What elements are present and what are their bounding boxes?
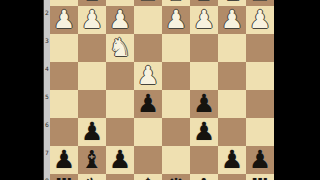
square-e3[interactable] [134,34,162,62]
piece-black-pawn-c5[interactable]: ♟ [190,90,218,118]
piece-black-knight-g8[interactable]: ♞ [78,174,106,180]
piece-white-pawn-b2[interactable]: ♟ [218,6,246,34]
square-c3[interactable] [190,34,218,62]
rank-label-7: 7 [44,149,50,157]
square-b5[interactable] [218,90,246,118]
square-h3[interactable] [50,34,78,62]
rank-label-5: 5 [44,93,50,101]
square-f6[interactable] [106,118,134,146]
piece-black-pawn-f7[interactable]: ♟ [106,146,134,174]
letterbox-right [274,0,320,180]
square-b4[interactable] [218,62,246,90]
piece-black-pawn-e5[interactable]: ♟ [134,90,162,118]
square-g4[interactable] [78,62,106,90]
rank-label-2: 2 [44,9,50,17]
piece-black-pawn-a7[interactable]: ♟ [246,146,274,174]
piece-black-queen-d8[interactable]: ♛ [162,174,190,180]
piece-white-pawn-a2[interactable]: ♟ [246,6,274,34]
piece-white-knight-f3[interactable]: ♞ [106,34,134,62]
rank-label-6: 6 [44,121,50,129]
square-a3[interactable] [246,34,274,62]
square-c4[interactable] [190,62,218,90]
piece-white-pawn-e4[interactable]: ♟ [134,62,162,90]
square-h5[interactable] [50,90,78,118]
square-f5[interactable] [106,90,134,118]
piece-black-rook-h8[interactable]: ♜ [50,174,78,180]
square-h6[interactable] [50,118,78,146]
square-b6[interactable] [218,118,246,146]
rank-label-8: 8 [44,177,50,180]
square-d4[interactable] [162,62,190,90]
piece-white-pawn-f2[interactable]: ♟ [106,6,134,34]
piece-white-pawn-h2[interactable]: ♟ [50,6,78,34]
square-d3[interactable] [162,34,190,62]
square-h4[interactable] [50,62,78,90]
square-b3[interactable] [218,34,246,62]
square-g3[interactable] [78,34,106,62]
square-a5[interactable] [246,90,274,118]
chess-board: ♜♞♝♛♜♚♟♟♟♟♟♟♟♞♟♟♟♟♟♟♟♟♟♝♜♝♛♚♞♜ [50,0,274,180]
piece-black-pawn-g6[interactable]: ♟ [78,118,106,146]
piece-black-pawn-h7[interactable]: ♟ [50,146,78,174]
square-b8[interactable] [218,174,246,180]
square-c7[interactable] [190,146,218,174]
square-f8[interactable] [106,174,134,180]
rank-label-4: 4 [44,65,50,73]
piece-white-pawn-c2[interactable]: ♟ [190,6,218,34]
square-g5[interactable] [78,90,106,118]
chess-board-screenshot: 12345678 ♜♞♝♛♜♚♟♟♟♟♟♟♟♞♟♟♟♟♟♟♟♟♟♝♜♝♛♚♞♜ [0,0,320,180]
square-e2[interactable] [134,6,162,34]
piece-white-rook-e1[interactable]: ♜ [134,0,162,6]
piece-black-king-e8[interactable]: ♚ [134,174,162,180]
square-f4[interactable] [106,62,134,90]
piece-black-bishop-g7[interactable]: ♝ [78,146,106,174]
piece-black-bishop-c8[interactable]: ♝ [190,174,218,180]
piece-white-pawn-d2[interactable]: ♟ [162,6,190,34]
square-a4[interactable] [246,62,274,90]
piece-white-pawn-g2[interactable]: ♟ [78,6,106,34]
rank-coordinate-strip: 12345678 [43,0,50,180]
square-e6[interactable] [134,118,162,146]
piece-black-rook-a8[interactable]: ♜ [246,174,274,180]
letterbox-left [0,0,43,180]
rank-label-3: 3 [44,37,50,45]
piece-black-pawn-b7[interactable]: ♟ [218,146,246,174]
square-e7[interactable] [134,146,162,174]
square-d6[interactable] [162,118,190,146]
square-a6[interactable] [246,118,274,146]
square-d5[interactable] [162,90,190,118]
piece-black-pawn-c6[interactable]: ♟ [190,118,218,146]
square-d7[interactable] [162,146,190,174]
